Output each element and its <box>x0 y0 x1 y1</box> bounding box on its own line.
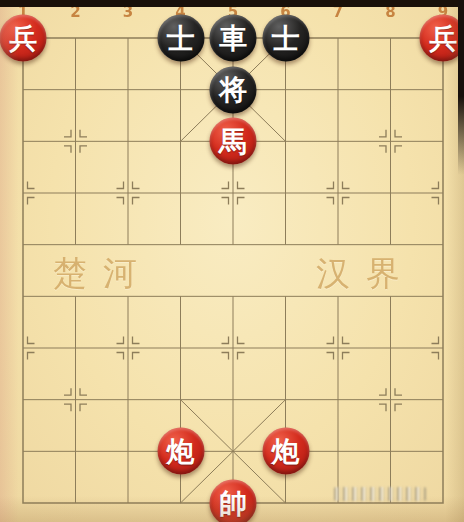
piece-black-general[interactable]: 将 <box>210 66 257 113</box>
xiangqi-board: 楚河 汉界 123456789 兵兵士車士将馬炮炮帥 <box>0 0 464 522</box>
piece-red-general[interactable]: 帥 <box>210 480 257 522</box>
river-label-left: 楚河 <box>53 251 153 297</box>
piece-glyph: 将 <box>219 76 247 104</box>
piece-glyph: 帥 <box>219 489 247 517</box>
piece-glyph: 兵 <box>429 24 457 52</box>
piece-red-horse[interactable]: 馬 <box>210 118 257 165</box>
piece-glyph: 士 <box>272 24 300 52</box>
piece-glyph: 馬 <box>219 127 247 155</box>
piece-black-advisor[interactable]: 士 <box>157 15 204 62</box>
piece-red-cannon[interactable]: 炮 <box>262 428 309 475</box>
watermark <box>334 487 426 501</box>
river-label-right: 汉界 <box>316 251 416 297</box>
right-edge-shade <box>458 0 464 175</box>
piece-glyph: 車 <box>219 24 247 52</box>
piece-glyph: 炮 <box>272 437 300 465</box>
piece-glyph: 兵 <box>9 24 37 52</box>
piece-black-advisor[interactable]: 士 <box>262 15 309 62</box>
piece-red-cannon[interactable]: 炮 <box>157 428 204 475</box>
top-bar <box>0 0 464 7</box>
piece-glyph: 士 <box>167 24 195 52</box>
piece-black-chariot[interactable]: 車 <box>210 15 257 62</box>
piece-red-soldier[interactable]: 兵 <box>0 15 47 62</box>
piece-glyph: 炮 <box>167 437 195 465</box>
